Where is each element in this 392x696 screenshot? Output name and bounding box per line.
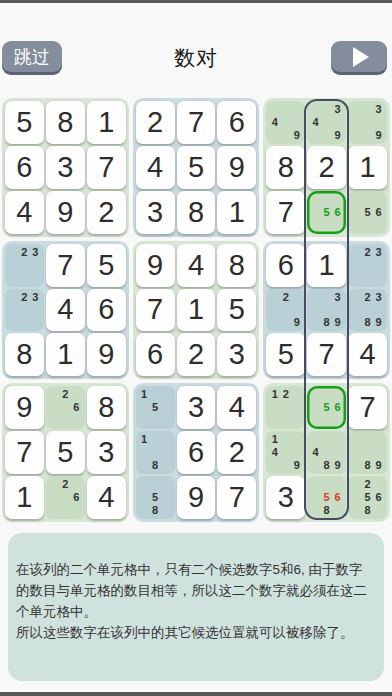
cell-r9c4[interactable]: 58 xyxy=(136,476,175,519)
play-button[interactable] xyxy=(331,41,387,72)
box-2: 276459381 xyxy=(133,98,260,237)
cell-r6c2[interactable]: 1 xyxy=(46,333,85,376)
cell-r8c4[interactable]: 18 xyxy=(136,431,175,474)
cell-r2c6[interactable]: 9 xyxy=(217,146,256,189)
cell-r8c9[interactable]: 89 xyxy=(348,431,387,474)
candidate-9: 9 xyxy=(291,459,302,472)
cell-r4c4[interactable]: 9 xyxy=(136,244,175,287)
bottom-edge-bar xyxy=(0,692,392,696)
cell-r9c9[interactable]: 2568 xyxy=(348,476,387,519)
cell-r3c4[interactable]: 3 xyxy=(136,191,175,234)
cell-r2c8[interactable]: 2 xyxy=(307,146,346,189)
candidate-9: 9 xyxy=(373,459,384,472)
cell-r6c7[interactable]: 5 xyxy=(266,333,305,376)
candidate-6: 6 xyxy=(373,491,384,504)
cell-r3c3[interactable]: 2 xyxy=(87,191,126,234)
candidate-2: 2 xyxy=(19,246,30,259)
candidate-2: 2 xyxy=(19,291,30,304)
cell-r4c5[interactable]: 4 xyxy=(177,244,216,287)
cell-r5c5[interactable]: 1 xyxy=(177,289,216,332)
candidate-4: 4 xyxy=(310,446,321,459)
candidate-3: 3 xyxy=(30,291,41,304)
candidate-3: 3 xyxy=(373,103,384,116)
cell-r9c7[interactable]: 3 xyxy=(266,476,305,519)
candidate-9: 9 xyxy=(332,129,343,142)
sudoku-board: 5816374922764593814934939821756562375234… xyxy=(2,98,390,522)
candidate-8: 8 xyxy=(321,504,332,517)
cell-r5c7[interactable]: 29 xyxy=(266,289,305,332)
candidate-3: 3 xyxy=(373,246,384,259)
cell-r6c8[interactable]: 7 xyxy=(307,333,346,376)
candidate-5: 5 xyxy=(150,491,161,504)
candidate-2: 2 xyxy=(280,291,291,304)
candidate-4: 4 xyxy=(269,116,280,129)
cell-r3c8[interactable]: 56 xyxy=(307,191,346,234)
candidate-3: 3 xyxy=(332,103,343,116)
cell-r2c9[interactable]: 1 xyxy=(348,146,387,189)
candidate-2: 2 xyxy=(60,388,71,401)
candidate-1: 1 xyxy=(269,433,280,446)
cell-r8c6[interactable]: 2 xyxy=(217,431,256,474)
cell-r6c4[interactable]: 6 xyxy=(136,333,175,376)
candidate-9: 9 xyxy=(373,129,384,142)
cell-r1c1[interactable]: 5 xyxy=(5,101,44,144)
candidate-1: 1 xyxy=(269,388,280,401)
cell-r2c7[interactable]: 8 xyxy=(266,146,305,189)
play-icon xyxy=(353,47,369,67)
candidate-6: 6 xyxy=(71,491,82,504)
cell-r6c3[interactable]: 9 xyxy=(87,333,126,376)
box-9: 125671494898935682568 xyxy=(263,383,390,522)
cell-r1c2[interactable]: 8 xyxy=(46,101,85,144)
cell-r4c9[interactable]: 23 xyxy=(348,244,387,287)
cell-r6c5[interactable]: 2 xyxy=(177,333,216,376)
candidate-9: 9 xyxy=(332,459,343,472)
cell-r9c6[interactable]: 7 xyxy=(217,476,256,519)
candidate-2: 2 xyxy=(280,388,291,401)
cell-r5c1[interactable]: 23 xyxy=(5,289,44,332)
candidate-2: 2 xyxy=(362,246,373,259)
cell-r7c1[interactable]: 9 xyxy=(5,386,44,429)
candidate-5: 5 xyxy=(321,491,332,504)
candidate-5: 5 xyxy=(150,401,161,414)
cell-r8c8[interactable]: 489 xyxy=(307,431,346,474)
candidate-8: 8 xyxy=(362,459,373,472)
cell-r1c4[interactable]: 2 xyxy=(136,101,175,144)
candidate-8: 8 xyxy=(362,316,373,329)
cell-r6c1[interactable]: 8 xyxy=(5,333,44,376)
header: 跳过 数对 xyxy=(0,3,392,96)
cell-r4c1[interactable]: 23 xyxy=(5,244,44,287)
candidate-8: 8 xyxy=(362,504,373,517)
candidate-9: 9 xyxy=(291,129,302,142)
cell-r5c2[interactable]: 4 xyxy=(46,289,85,332)
candidate-6: 6 xyxy=(373,206,384,219)
cell-r1c6[interactable]: 6 xyxy=(217,101,256,144)
cell-r7c2[interactable]: 26 xyxy=(46,386,85,429)
cell-r2c1[interactable]: 6 xyxy=(5,146,44,189)
cell-r9c5[interactable]: 9 xyxy=(177,476,216,519)
candidate-4: 4 xyxy=(269,446,280,459)
candidate-6: 6 xyxy=(71,401,82,414)
cell-r5c9[interactable]: 2389 xyxy=(348,289,387,332)
cell-r5c8[interactable]: 389 xyxy=(307,289,346,332)
candidate-3: 3 xyxy=(30,246,41,259)
candidate-2: 2 xyxy=(362,478,373,491)
cell-r1c8[interactable]: 349 xyxy=(307,101,346,144)
explanation-paragraph-1: 在该列的二个单元格中，只有二个候选数字5和6, 由于数字的数目与单元格的数目相等… xyxy=(16,559,376,622)
cell-r3c7[interactable]: 7 xyxy=(266,191,305,234)
cell-r5c6[interactable]: 5 xyxy=(217,289,256,332)
candidate-6: 6 xyxy=(332,206,343,219)
cell-r7c6[interactable]: 4 xyxy=(217,386,256,429)
box-5: 948715623 xyxy=(133,241,260,380)
cell-r4c8[interactable]: 1 xyxy=(307,244,346,287)
cell-r4c2[interactable]: 7 xyxy=(46,244,85,287)
explanation-paragraph-2: 所以这些数字在该列中的其它候选位置就可以被移除了。 xyxy=(16,622,376,643)
cell-r3c1[interactable]: 4 xyxy=(5,191,44,234)
cell-r8c2[interactable]: 5 xyxy=(46,431,85,474)
cell-r7c3[interactable]: 8 xyxy=(87,386,126,429)
candidate-9: 9 xyxy=(373,316,384,329)
candidate-8: 8 xyxy=(150,459,161,472)
cell-r8c1[interactable]: 7 xyxy=(5,431,44,474)
candidate-2: 2 xyxy=(60,478,71,491)
candidate-3: 3 xyxy=(332,291,343,304)
candidate-1: 1 xyxy=(139,388,150,401)
box-1: 581637492 xyxy=(2,98,129,237)
candidate-5: 5 xyxy=(321,206,332,219)
cell-r2c4[interactable]: 4 xyxy=(136,146,175,189)
cell-r7c7[interactable]: 12 xyxy=(266,386,305,429)
cell-r2c2[interactable]: 3 xyxy=(46,146,85,189)
cell-r8c3[interactable]: 3 xyxy=(87,431,126,474)
box-4: 23752346819 xyxy=(2,241,129,380)
candidate-6: 6 xyxy=(332,401,343,414)
cell-r4c6[interactable]: 8 xyxy=(217,244,256,287)
cell-r1c7[interactable]: 49 xyxy=(266,101,305,144)
cell-r9c2[interactable]: 26 xyxy=(46,476,85,519)
candidate-5: 5 xyxy=(362,491,373,504)
cell-r3c6[interactable]: 1 xyxy=(217,191,256,234)
cell-r7c9[interactable]: 7 xyxy=(348,386,387,429)
cell-r2c5[interactable]: 5 xyxy=(177,146,216,189)
cell-r6c6[interactable]: 3 xyxy=(217,333,256,376)
cell-r3c2[interactable]: 9 xyxy=(46,191,85,234)
app-screen: 跳过 数对 5816374922764593814934939821756562… xyxy=(0,0,392,696)
candidate-8: 8 xyxy=(150,504,161,517)
cell-r6c9[interactable]: 4 xyxy=(348,333,387,376)
candidate-9: 9 xyxy=(291,316,302,329)
candidate-5: 5 xyxy=(362,206,373,219)
candidate-8: 8 xyxy=(321,316,332,329)
cell-r3c9[interactable]: 56 xyxy=(348,191,387,234)
candidate-2: 2 xyxy=(362,291,373,304)
box-7: 92687531264 xyxy=(2,383,129,522)
box-3: 493493982175656 xyxy=(263,98,390,237)
cell-r7c4[interactable]: 15 xyxy=(136,386,175,429)
cell-r9c1[interactable]: 1 xyxy=(5,476,44,519)
candidate-4: 4 xyxy=(310,116,321,129)
cell-r8c7[interactable]: 149 xyxy=(266,431,305,474)
cell-r3c5[interactable]: 8 xyxy=(177,191,216,234)
box-6: 6123293892389574 xyxy=(263,241,390,380)
candidate-8: 8 xyxy=(321,459,332,472)
explanation-panel: 在该列的二个单元格中，只有二个候选数字5和6, 由于数字的数目与单元格的数目相等… xyxy=(8,533,384,681)
cell-r2c3[interactable]: 7 xyxy=(87,146,126,189)
cell-r7c5[interactable]: 3 xyxy=(177,386,216,429)
candidate-3: 3 xyxy=(373,291,384,304)
cell-r7c8[interactable]: 56 xyxy=(307,386,346,429)
box-8: 153418625897 xyxy=(133,383,260,522)
cell-r9c3[interactable]: 4 xyxy=(87,476,126,519)
cell-r8c5[interactable]: 6 xyxy=(177,431,216,474)
candidate-9: 9 xyxy=(332,316,343,329)
cell-r9c8[interactable]: 568 xyxy=(307,476,346,519)
cell-r1c9[interactable]: 39 xyxy=(348,101,387,144)
candidate-6: 6 xyxy=(332,491,343,504)
candidate-5: 5 xyxy=(321,401,332,414)
cell-r5c4[interactable]: 7 xyxy=(136,289,175,332)
cell-r4c3[interactable]: 5 xyxy=(87,244,126,287)
cell-r5c3[interactable]: 6 xyxy=(87,289,126,332)
cell-r4c7[interactable]: 6 xyxy=(266,244,305,287)
cell-r1c5[interactable]: 7 xyxy=(177,101,216,144)
candidate-1: 1 xyxy=(139,433,150,446)
cell-r1c3[interactable]: 1 xyxy=(87,101,126,144)
